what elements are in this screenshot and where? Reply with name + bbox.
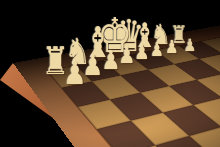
chessboard-photo: ♜♞♝♚♛♝♞♜♟♟♟♟♟♟♟♟: [0, 0, 220, 147]
piece-white-pawn[interactable]: ♟: [166, 38, 179, 56]
piece-white-pawn[interactable]: ♟: [184, 37, 196, 54]
piece-white-pawn[interactable]: ♟: [150, 40, 164, 59]
piece-white-pawn[interactable]: ♟: [134, 42, 149, 63]
piece-white-pawn[interactable]: ♟: [64, 57, 87, 89]
pieces-layer: ♜♞♝♚♛♝♞♜♟♟♟♟♟♟♟♟: [0, 0, 220, 147]
piece-white-pawn[interactable]: ♟: [102, 47, 121, 73]
piece-white-pawn[interactable]: ♟: [119, 44, 136, 67]
